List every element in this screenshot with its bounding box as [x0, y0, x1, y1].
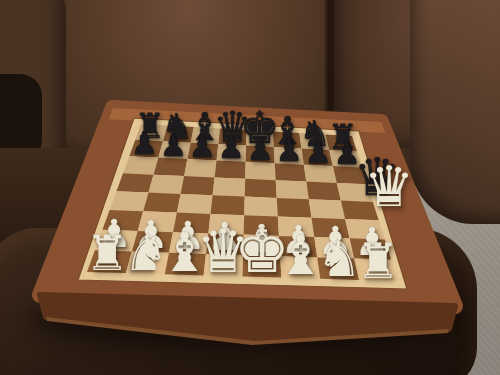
square-b8: [163, 126, 194, 143]
square-d4: [211, 195, 245, 215]
square-a2: [95, 230, 138, 252]
square-c2: [169, 232, 208, 254]
square-h8: [326, 135, 357, 152]
square-c3: [173, 213, 211, 234]
square-c7: [187, 143, 218, 161]
square-a3: [102, 210, 143, 231]
square-e8: [246, 130, 274, 147]
square-h2: [350, 238, 392, 259]
square-e2: [243, 235, 280, 257]
square-f4: [277, 198, 312, 218]
square-d6: [215, 160, 246, 178]
square-d1: [204, 254, 244, 277]
square-h6: [333, 166, 367, 184]
square-c6: [184, 159, 216, 178]
square-g5: [306, 182, 341, 201]
square-e3: [244, 215, 279, 236]
square-a7: [129, 140, 163, 158]
square-e6: [245, 162, 276, 180]
square-f8: [273, 132, 302, 149]
square-c4: [177, 194, 213, 214]
square-a1: [87, 250, 132, 273]
square-d7: [217, 144, 247, 162]
square-f7: [274, 147, 304, 165]
square-b1: [126, 252, 169, 275]
square-b6: [154, 158, 188, 177]
square-b5: [149, 175, 185, 194]
square-g4: [309, 199, 345, 219]
square-b4: [143, 193, 180, 213]
square-f3: [278, 217, 315, 238]
square-a4: [110, 191, 149, 211]
square-d5: [213, 178, 246, 197]
square-f5: [276, 180, 309, 199]
square-c5: [181, 176, 215, 195]
square-h5: [337, 183, 373, 202]
square-g3: [312, 218, 350, 239]
square-e1: [243, 255, 282, 278]
square-h4: [341, 201, 379, 221]
square-g8: [299, 133, 329, 150]
chessboard: [0, 0, 500, 375]
square-f6: [275, 163, 307, 181]
square-d3: [208, 214, 244, 235]
square-g2: [314, 237, 354, 259]
square-h7: [329, 150, 362, 168]
square-a5: [117, 173, 154, 192]
square-b2: [132, 231, 173, 253]
square-g1: [317, 257, 359, 280]
square-a6: [123, 156, 158, 175]
square-e5: [245, 179, 277, 198]
square-g7: [302, 149, 333, 167]
square-e7: [246, 146, 275, 164]
square-d2: [206, 233, 244, 255]
square-a8: [135, 124, 167, 141]
square-c8: [191, 127, 220, 144]
square-h1: [354, 259, 398, 281]
living-room-scene: ♜♞♝♛♚♝♞♜♟♟♟♟♟♟♟♟♟♟♟♟♟♟♟♟♜♞♝♛♚♝♞♜♛♛: [0, 0, 500, 375]
square-g6: [304, 165, 337, 183]
square-f1: [280, 256, 320, 279]
square-f2: [279, 236, 317, 258]
square-c1: [165, 253, 206, 276]
square-h3: [345, 219, 385, 240]
square-b7: [158, 141, 190, 159]
square-d8: [218, 129, 246, 146]
square-e4: [244, 197, 278, 217]
square-b3: [138, 211, 177, 232]
